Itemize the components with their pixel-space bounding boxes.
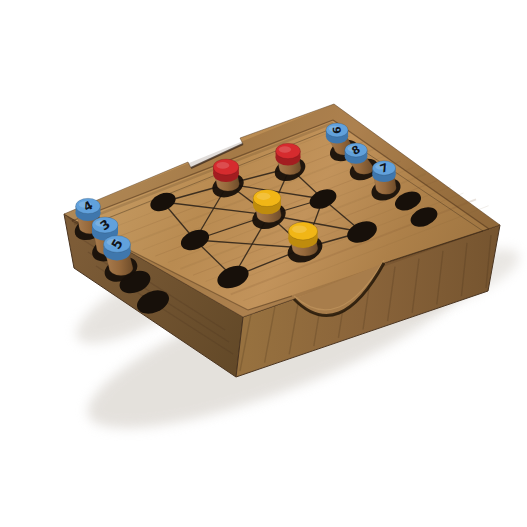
board-game-photo: 687435: [0, 0, 527, 527]
game-box-scene: 687435: [0, 0, 527, 527]
peg-cap-sheen: [279, 146, 291, 152]
peg-cap-sheen: [257, 193, 271, 200]
peg-cap-sheen: [292, 225, 307, 233]
peg-number: 6: [330, 126, 344, 135]
peg-cap-sheen: [216, 162, 229, 169]
